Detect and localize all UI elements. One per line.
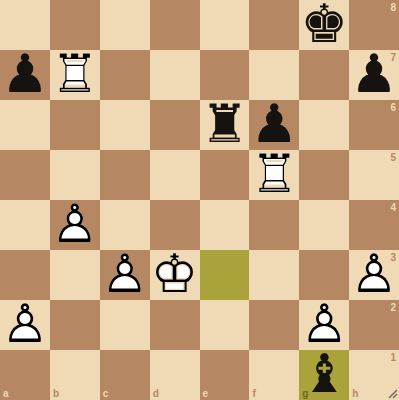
square-b2[interactable] — [50, 300, 100, 350]
square-b6[interactable] — [50, 100, 100, 150]
square-g8[interactable]: ♚ — [299, 0, 349, 50]
chess-board-container: ♚8♟♜♖7♟♜♟6♜♖5♟♙4♟♙♚♔3♟♙♟♙♟♙2abcdefg♝h1 — [0, 0, 399, 400]
resize-handle-icon[interactable] — [386, 387, 398, 399]
coord-file-b: b — [53, 388, 59, 399]
square-a4[interactable] — [0, 200, 50, 250]
square-d7[interactable] — [150, 50, 200, 100]
square-a1[interactable]: a — [0, 350, 50, 400]
square-a6[interactable] — [0, 100, 50, 150]
square-b7[interactable]: ♜♖ — [50, 50, 100, 100]
square-a7[interactable]: ♟ — [0, 50, 50, 100]
square-f2[interactable] — [249, 300, 299, 350]
square-d5[interactable] — [150, 150, 200, 200]
square-h2[interactable]: 2 — [349, 300, 399, 350]
white-king[interactable]: ♚♔ — [150, 250, 200, 300]
coord-file-a: a — [3, 388, 9, 399]
black-king[interactable]: ♚ — [299, 0, 349, 50]
square-d1[interactable]: d — [150, 350, 200, 400]
coord-rank-4: 4 — [390, 202, 396, 213]
coord-file-h: h — [352, 388, 358, 399]
white-rook[interactable]: ♜♖ — [249, 150, 299, 200]
coord-file-c: c — [103, 388, 109, 399]
coord-rank-6: 6 — [390, 102, 396, 113]
coord-file-g: g — [302, 388, 308, 399]
square-g1[interactable]: g♝ — [299, 350, 349, 400]
square-d3[interactable]: ♚♔ — [150, 250, 200, 300]
square-e3[interactable] — [200, 250, 250, 300]
square-h3[interactable]: 3♟♙ — [349, 250, 399, 300]
square-e6[interactable]: ♜ — [200, 100, 250, 150]
square-b4[interactable]: ♟♙ — [50, 200, 100, 250]
square-d8[interactable] — [150, 0, 200, 50]
coord-rank-8: 8 — [390, 2, 396, 13]
square-d2[interactable] — [150, 300, 200, 350]
square-e8[interactable] — [200, 0, 250, 50]
square-b1[interactable]: b — [50, 350, 100, 400]
black-pawn[interactable]: ♟ — [0, 50, 50, 100]
square-f4[interactable] — [249, 200, 299, 250]
square-g5[interactable] — [299, 150, 349, 200]
white-pawn[interactable]: ♟♙ — [0, 300, 50, 350]
coord-file-d: d — [153, 388, 159, 399]
square-f3[interactable] — [249, 250, 299, 300]
square-c6[interactable] — [100, 100, 150, 150]
coord-rank-7: 7 — [390, 52, 396, 63]
coord-rank-2: 2 — [390, 302, 396, 313]
coord-rank-1: 1 — [390, 352, 396, 363]
black-rook[interactable]: ♜ — [200, 100, 250, 150]
square-f1[interactable]: f — [249, 350, 299, 400]
white-rook[interactable]: ♜♖ — [50, 50, 100, 100]
coord-file-e: e — [203, 388, 209, 399]
square-h7[interactable]: 7♟ — [349, 50, 399, 100]
square-d6[interactable] — [150, 100, 200, 150]
square-a2[interactable]: ♟♙ — [0, 300, 50, 350]
square-h6[interactable]: 6 — [349, 100, 399, 150]
square-c1[interactable]: c — [100, 350, 150, 400]
square-h5[interactable]: 5 — [349, 150, 399, 200]
chess-board[interactable]: ♚8♟♜♖7♟♜♟6♜♖5♟♙4♟♙♚♔3♟♙♟♙♟♙2abcdefg♝h1 — [0, 0, 399, 400]
square-a5[interactable] — [0, 150, 50, 200]
square-e1[interactable]: e — [200, 350, 250, 400]
square-b3[interactable] — [50, 250, 100, 300]
white-pawn[interactable]: ♟♙ — [50, 200, 100, 250]
square-g6[interactable] — [299, 100, 349, 150]
square-g4[interactable] — [299, 200, 349, 250]
coord-file-f: f — [252, 388, 255, 399]
square-f5[interactable]: ♜♖ — [249, 150, 299, 200]
coord-rank-5: 5 — [390, 152, 396, 163]
square-c7[interactable] — [100, 50, 150, 100]
square-c5[interactable] — [100, 150, 150, 200]
coord-rank-3: 3 — [390, 252, 396, 263]
square-c8[interactable] — [100, 0, 150, 50]
square-c3[interactable]: ♟♙ — [100, 250, 150, 300]
square-e5[interactable] — [200, 150, 250, 200]
square-g7[interactable] — [299, 50, 349, 100]
square-e2[interactable] — [200, 300, 250, 350]
square-c2[interactable] — [100, 300, 150, 350]
square-f8[interactable] — [249, 0, 299, 50]
white-pawn[interactable]: ♟♙ — [100, 250, 150, 300]
square-e4[interactable] — [200, 200, 250, 250]
